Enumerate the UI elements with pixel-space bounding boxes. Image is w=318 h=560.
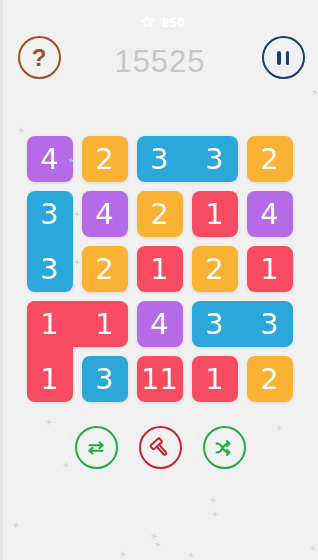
tile-body-blue[interactable] [137, 136, 238, 182]
background-speck: + [152, 539, 162, 550]
background-speck: + [15, 125, 25, 136]
tile-body-blue[interactable] [82, 356, 128, 402]
background-speck: + [307, 543, 317, 554]
tile-body-red[interactable] [247, 246, 293, 292]
game-screen: 850 15525 ? 42332334214212111143331112 [3, 0, 318, 560]
tile-body-orange[interactable] [247, 136, 293, 182]
background-speck: + [309, 87, 317, 98]
star-counter-badge: 850 [131, 10, 194, 35]
tile-body-orange[interactable] [192, 246, 238, 292]
swap-arrows-icon [84, 436, 108, 460]
tile-body-red[interactable] [137, 356, 183, 402]
tile-body-purple[interactable] [27, 136, 73, 182]
hammer-button[interactable] [139, 426, 182, 469]
swap-button[interactable] [75, 426, 118, 469]
tile-body-red[interactable] [192, 191, 238, 237]
tile-body-orange[interactable] [247, 356, 293, 402]
tile-body-purple[interactable] [137, 301, 183, 347]
background-speck: + [117, 549, 127, 560]
tile-body-purple[interactable] [82, 191, 128, 237]
tile-body-red[interactable] [137, 246, 183, 292]
pause-button[interactable] [262, 36, 305, 79]
background-speck: + [209, 509, 219, 520]
shuffle-icon [212, 436, 236, 460]
action-bar [3, 426, 318, 469]
help-button-label: ? [32, 44, 47, 72]
background-speck: + [185, 550, 195, 560]
tile-body-blue[interactable] [27, 191, 73, 292]
tile-body-red[interactable] [27, 301, 73, 402]
tile-body-orange[interactable] [82, 136, 128, 182]
tile-body-blue[interactable] [192, 301, 293, 347]
tile-body-purple[interactable] [247, 191, 293, 237]
star-count: 850 [162, 15, 185, 30]
tile-body-orange[interactable] [82, 246, 128, 292]
shuffle-button[interactable] [203, 426, 246, 469]
help-button[interactable]: ? [18, 36, 61, 79]
hammer-icon [147, 435, 173, 461]
background-speck: + [148, 531, 158, 542]
background-speck: + [10, 520, 20, 531]
star-icon [139, 14, 156, 31]
tile-body-red[interactable] [192, 356, 238, 402]
background-speck: + [207, 495, 217, 506]
tile-body-orange[interactable] [137, 191, 183, 237]
pause-icon [277, 51, 289, 65]
board: 42332334214212111143331112 [27, 136, 293, 402]
